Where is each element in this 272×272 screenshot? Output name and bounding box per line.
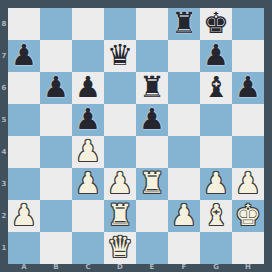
square-e3[interactable]: ♜ bbox=[136, 168, 168, 200]
square-a3[interactable] bbox=[8, 168, 40, 200]
file-label-d: D bbox=[104, 263, 136, 272]
square-g5[interactable] bbox=[200, 104, 232, 136]
square-h1[interactable] bbox=[232, 232, 264, 264]
square-e4[interactable] bbox=[136, 136, 168, 168]
square-e1[interactable] bbox=[136, 232, 168, 264]
square-f5[interactable] bbox=[168, 104, 200, 136]
white-pawn-h3[interactable]: ♟ bbox=[232, 168, 264, 200]
rank-label-3: 3 bbox=[0, 168, 8, 200]
square-h2[interactable]: ♚ bbox=[232, 200, 264, 232]
file-label-b: B bbox=[40, 263, 72, 272]
square-c4[interactable]: ♟ bbox=[72, 136, 104, 168]
square-f1[interactable] bbox=[168, 232, 200, 264]
white-rook-e3[interactable]: ♜ bbox=[136, 168, 168, 200]
square-c5[interactable]: ♟ bbox=[72, 104, 104, 136]
file-label-f: F bbox=[168, 263, 200, 272]
chess-board-frame: 8 7 6 5 4 3 2 1 ♜♚♟♛♟♟♟♜♝♟♟♟♟♟♟♜♟♟♟♜♟♝♚♛… bbox=[0, 0, 272, 272]
black-pawn-c5[interactable]: ♟ bbox=[72, 104, 104, 136]
square-e2[interactable] bbox=[136, 200, 168, 232]
square-h4[interactable] bbox=[232, 136, 264, 168]
black-pawn-c6[interactable]: ♟ bbox=[72, 72, 104, 104]
square-h7[interactable] bbox=[232, 40, 264, 72]
square-a1[interactable] bbox=[8, 232, 40, 264]
white-pawn-f2[interactable]: ♟ bbox=[168, 200, 200, 232]
square-b1[interactable] bbox=[40, 232, 72, 264]
square-b2[interactable] bbox=[40, 200, 72, 232]
file-label-g: G bbox=[200, 263, 232, 272]
square-e6[interactable]: ♜ bbox=[136, 72, 168, 104]
rank-labels: 8 7 6 5 4 3 2 1 bbox=[0, 8, 8, 264]
file-label-a: A bbox=[8, 263, 40, 272]
square-d4[interactable] bbox=[104, 136, 136, 168]
square-d8[interactable] bbox=[104, 8, 136, 40]
chess-board[interactable]: ♜♚♟♛♟♟♟♜♝♟♟♟♟♟♟♜♟♟♟♜♟♝♚♛ bbox=[8, 8, 264, 264]
square-c3[interactable]: ♟ bbox=[72, 168, 104, 200]
square-c7[interactable] bbox=[72, 40, 104, 72]
black-pawn-g7[interactable]: ♟ bbox=[200, 40, 232, 72]
white-pawn-c3[interactable]: ♟ bbox=[72, 168, 104, 200]
square-g7[interactable]: ♟ bbox=[200, 40, 232, 72]
square-d3[interactable]: ♟ bbox=[104, 168, 136, 200]
rank-label-5: 5 bbox=[0, 104, 8, 136]
black-rook-f8[interactable]: ♜ bbox=[168, 8, 200, 40]
square-f7[interactable] bbox=[168, 40, 200, 72]
square-b4[interactable] bbox=[40, 136, 72, 168]
file-label-h: H bbox=[232, 263, 264, 272]
square-h3[interactable]: ♟ bbox=[232, 168, 264, 200]
white-rook-d2[interactable]: ♜ bbox=[104, 200, 136, 232]
file-labels: A B C D E F G H bbox=[8, 263, 264, 272]
square-b7[interactable] bbox=[40, 40, 72, 72]
black-pawn-b6[interactable]: ♟ bbox=[40, 72, 72, 104]
square-f2[interactable]: ♟ bbox=[168, 200, 200, 232]
square-b8[interactable] bbox=[40, 8, 72, 40]
square-f4[interactable] bbox=[168, 136, 200, 168]
square-g6[interactable]: ♝ bbox=[200, 72, 232, 104]
square-a8[interactable] bbox=[8, 8, 40, 40]
square-g8[interactable]: ♚ bbox=[200, 8, 232, 40]
square-g1[interactable] bbox=[200, 232, 232, 264]
square-h6[interactable]: ♟ bbox=[232, 72, 264, 104]
square-g4[interactable] bbox=[200, 136, 232, 168]
square-c2[interactable] bbox=[72, 200, 104, 232]
white-pawn-g3[interactable]: ♟ bbox=[200, 168, 232, 200]
black-bishop-g6[interactable]: ♝ bbox=[200, 72, 232, 104]
black-rook-e6[interactable]: ♜ bbox=[136, 72, 168, 104]
square-b5[interactable] bbox=[40, 104, 72, 136]
square-f6[interactable] bbox=[168, 72, 200, 104]
square-f8[interactable]: ♜ bbox=[168, 8, 200, 40]
square-d5[interactable] bbox=[104, 104, 136, 136]
black-pawn-h6[interactable]: ♟ bbox=[232, 72, 264, 104]
square-a5[interactable] bbox=[8, 104, 40, 136]
file-label-c: C bbox=[72, 263, 104, 272]
square-b6[interactable]: ♟ bbox=[40, 72, 72, 104]
black-pawn-e5[interactable]: ♟ bbox=[136, 104, 168, 136]
rank-label-1: 1 bbox=[0, 232, 8, 264]
rank-label-2: 2 bbox=[0, 200, 8, 232]
black-queen-d7[interactable]: ♛ bbox=[104, 40, 136, 72]
white-pawn-a2[interactable]: ♟ bbox=[8, 200, 40, 232]
square-g2[interactable]: ♝ bbox=[200, 200, 232, 232]
rank-label-4: 4 bbox=[0, 136, 8, 168]
white-queen-d1[interactable]: ♛ bbox=[104, 232, 136, 264]
square-d6[interactable] bbox=[104, 72, 136, 104]
square-c1[interactable] bbox=[72, 232, 104, 264]
square-f3[interactable] bbox=[168, 168, 200, 200]
square-g3[interactable]: ♟ bbox=[200, 168, 232, 200]
square-a6[interactable] bbox=[8, 72, 40, 104]
square-d2[interactable]: ♜ bbox=[104, 200, 136, 232]
square-a7[interactable]: ♟ bbox=[8, 40, 40, 72]
square-c6[interactable]: ♟ bbox=[72, 72, 104, 104]
rank-label-7: 7 bbox=[0, 40, 8, 72]
rank-label-6: 6 bbox=[0, 72, 8, 104]
square-h5[interactable] bbox=[232, 104, 264, 136]
white-pawn-c4[interactable]: ♟ bbox=[72, 136, 104, 168]
square-d1[interactable]: ♛ bbox=[104, 232, 136, 264]
square-e8[interactable] bbox=[136, 8, 168, 40]
square-e5[interactable]: ♟ bbox=[136, 104, 168, 136]
square-e7[interactable] bbox=[136, 40, 168, 72]
square-a2[interactable]: ♟ bbox=[8, 200, 40, 232]
black-king-g8[interactable]: ♚ bbox=[200, 8, 232, 40]
square-d7[interactable]: ♛ bbox=[104, 40, 136, 72]
file-label-e: E bbox=[136, 263, 168, 272]
square-b3[interactable] bbox=[40, 168, 72, 200]
square-h8[interactable] bbox=[232, 8, 264, 40]
rank-label-8: 8 bbox=[0, 8, 8, 40]
white-pawn-d3[interactable]: ♟ bbox=[104, 168, 136, 200]
square-a4[interactable] bbox=[8, 136, 40, 168]
white-bishop-g2[interactable]: ♝ bbox=[200, 200, 232, 232]
black-pawn-a7[interactable]: ♟ bbox=[8, 40, 40, 72]
square-c8[interactable] bbox=[72, 8, 104, 40]
white-king-h2[interactable]: ♚ bbox=[232, 200, 264, 232]
